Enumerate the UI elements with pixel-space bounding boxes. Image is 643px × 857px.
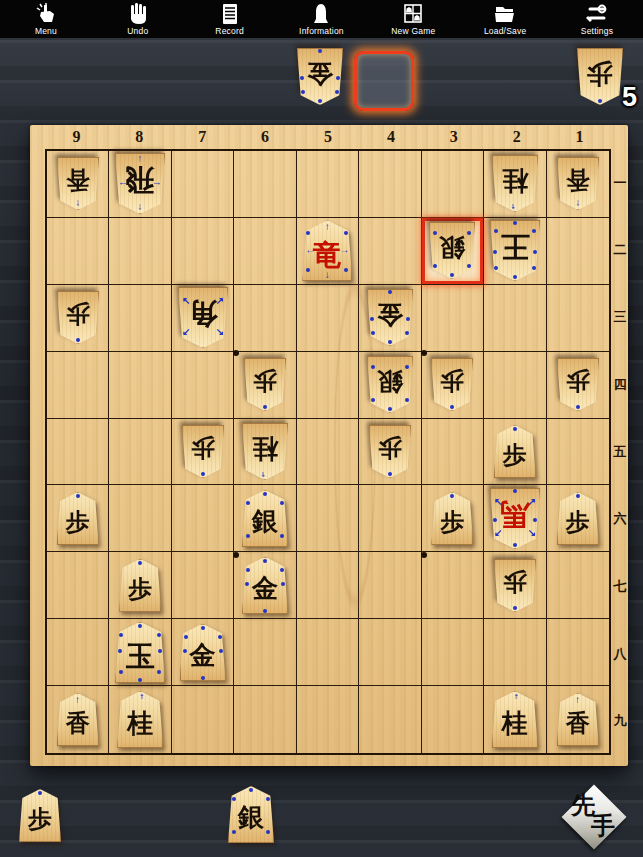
piece-kanji: 歩 xyxy=(244,359,286,402)
board-cell-4-4[interactable]: 銀 xyxy=(359,352,421,419)
piece-kanji: 歩 xyxy=(57,292,99,335)
toolbar-button-new-game[interactable]: New Game xyxy=(370,0,456,38)
board-cell-8-9[interactable]: 桂↑↑ xyxy=(109,686,171,753)
board-cell-7-4[interactable] xyxy=(172,352,234,419)
piece-kanji: 香 xyxy=(557,702,599,745)
sente-turn-badge: 先 手 xyxy=(563,786,625,848)
shogi-piece-sente-pawn[interactable]: 歩 xyxy=(119,559,161,612)
board-cell-5-9[interactable] xyxy=(297,686,359,753)
shogi-piece-sente-king[interactable]: 玉 xyxy=(115,622,165,683)
shogi-piece-sente-gold[interactable]: 金 xyxy=(242,557,288,614)
board-cell-7-2[interactable] xyxy=(172,218,234,285)
shogi-piece-gote-pawn[interactable]: 歩 xyxy=(244,358,286,411)
shogi-piece-gote-lance[interactable]: 香↑ xyxy=(557,157,599,210)
gote-hand-piece-gold[interactable]: 金 xyxy=(297,48,343,105)
shogi-piece-gote-knight[interactable]: 桂↑↑ xyxy=(492,155,538,212)
board-cell-3-5[interactable] xyxy=(422,419,484,486)
gote-hand-piece-pawn[interactable]: 歩5 xyxy=(577,48,623,105)
board-cell-7-7[interactable] xyxy=(172,552,234,619)
board-cell-8-7[interactable]: 歩 xyxy=(109,552,171,619)
board-cell-3-3[interactable] xyxy=(422,285,484,352)
file-label-4: 4 xyxy=(359,127,422,147)
board-cell-2-2[interactable]: 王 xyxy=(484,218,546,285)
board-cell-3-8[interactable] xyxy=(422,619,484,686)
file-label-1: 1 xyxy=(548,127,611,147)
palm-hand-icon xyxy=(126,2,150,26)
shogi-piece-gote-silver[interactable]: 銀 xyxy=(429,222,475,279)
shogi-piece-gote-lance[interactable]: 香↑ xyxy=(57,157,99,210)
board-cell-9-5[interactable] xyxy=(47,419,109,486)
toolbar-button-label: New Game xyxy=(391,26,435,36)
board-cell-1-1[interactable]: 香↑ xyxy=(547,151,609,218)
board-cell-1-3[interactable] xyxy=(547,285,609,352)
piece-kanji: 歩 xyxy=(369,426,411,469)
board-cell-8-4[interactable] xyxy=(109,352,171,419)
board-cell-2-9[interactable]: 桂↑↑ xyxy=(484,686,546,753)
rank-label-2: 二 xyxy=(612,216,628,283)
piece-kanji: 桂 xyxy=(492,700,538,747)
piece-kanji: 歩 xyxy=(577,49,623,96)
board-cell-8-5[interactable] xyxy=(109,419,171,486)
board-cell-8-2[interactable] xyxy=(109,218,171,285)
board-cell-6-9[interactable] xyxy=(234,686,296,753)
rank-label-6: 六 xyxy=(612,486,628,553)
shogi-piece-sente-knight[interactable]: 桂↑↑ xyxy=(492,691,538,748)
shogi-piece-gote-pawn[interactable]: 歩 xyxy=(557,358,599,411)
badge-text: 手 xyxy=(591,814,615,838)
board-cell-5-6[interactable] xyxy=(297,485,359,552)
piece-kanji: 金 xyxy=(367,290,413,337)
board-cell-9-3[interactable]: 歩 xyxy=(47,285,109,352)
rank-label-1: 一 xyxy=(612,149,628,216)
rank-label-5: 五 xyxy=(612,418,628,485)
piece-kanji: 銀 xyxy=(228,795,274,842)
board-cell-4-6[interactable] xyxy=(359,485,421,552)
piece-kanji: 歩 xyxy=(119,567,161,610)
shogi-piece-sente-lance[interactable]: 香↑ xyxy=(57,693,99,746)
file-label-9: 9 xyxy=(45,127,108,147)
shogi-piece-gote-pawn[interactable]: 歩 xyxy=(369,425,411,478)
shogi-piece-sente-pawn[interactable]: 歩 xyxy=(431,492,473,545)
board-cell-7-6[interactable] xyxy=(172,485,234,552)
toolbar: MenuUndoRecordInformationNew GameLoad/Sa… xyxy=(0,0,643,38)
shogi-piece-sente-knight[interactable]: 桂↑↑ xyxy=(117,691,163,748)
board-cell-9-9[interactable]: 香↑ xyxy=(47,686,109,753)
file-label-3: 3 xyxy=(422,127,485,147)
piece-kanji: 馬 xyxy=(490,489,540,539)
board-cell-7-8[interactable]: 金 xyxy=(172,619,234,686)
board-cell-1-5[interactable] xyxy=(547,419,609,486)
piece-kanji: 歩 xyxy=(182,426,224,469)
board-cell-1-2[interactable] xyxy=(547,218,609,285)
piece-kanji: 歩 xyxy=(557,500,599,543)
shogi-piece-gote-pawn[interactable]: 歩 xyxy=(577,48,623,105)
board-cell-4-5[interactable]: 歩 xyxy=(359,419,421,486)
shogi-piece-gote-silver[interactable]: 銀 xyxy=(367,356,413,413)
board-cell-4-9[interactable] xyxy=(359,686,421,753)
board-cell-9-4[interactable] xyxy=(47,352,109,419)
rank-label-7: 七 xyxy=(612,553,628,620)
shogi-piece-sente-pawn[interactable]: 歩 xyxy=(494,425,536,478)
piece-kanji: 王 xyxy=(490,222,540,272)
star-point xyxy=(233,552,239,558)
toolbar-button-label: Load/Save xyxy=(484,26,526,36)
board-cell-8-1[interactable]: 飛↑→↓← xyxy=(109,151,171,218)
toolbar-button-undo[interactable]: Undo xyxy=(95,0,181,38)
board-cell-3-7[interactable] xyxy=(422,552,484,619)
board-cell-9-7[interactable] xyxy=(47,552,109,619)
shogi-piece-gote-pawn[interactable]: 歩 xyxy=(57,291,99,344)
piece-kanji: 竜 xyxy=(302,230,352,280)
toolbar-button-label: Settings xyxy=(581,26,613,36)
piece-kanji: 飛 xyxy=(115,155,165,205)
shogi-piece-sente-gold[interactable]: 金 xyxy=(180,624,226,681)
piece-kanji: 金 xyxy=(180,633,226,680)
board-cell-2-4[interactable] xyxy=(484,352,546,419)
toolbar-button-information[interactable]: Information xyxy=(278,0,364,38)
board-cell-2-7[interactable]: 歩 xyxy=(484,552,546,619)
board-pieces-icon xyxy=(401,2,425,26)
board-cell-1-6[interactable]: 歩 xyxy=(547,485,609,552)
board-cell-6-3[interactable] xyxy=(234,285,296,352)
file-label-2: 2 xyxy=(485,127,548,147)
rank-label-8: 八 xyxy=(612,620,628,687)
board-cell-5-8[interactable] xyxy=(297,619,359,686)
shogi-piece-sente-silver[interactable]: 銀 xyxy=(228,786,274,843)
piece-kanji: 銀 xyxy=(429,223,475,270)
rank-label-9: 九 xyxy=(612,688,628,755)
piece-kanji: 角 xyxy=(178,288,228,338)
file-label-8: 8 xyxy=(108,127,171,147)
shogi-piece-sente-pawn[interactable]: 歩 xyxy=(57,492,99,545)
toolbar-button-label: Information xyxy=(299,26,344,36)
toolbar-button-label: Menu xyxy=(35,26,57,36)
board-cell-6-6[interactable]: 銀 xyxy=(234,485,296,552)
shogi-board: 香↑飛↑→↓←桂↑↑香↑竜↑→↓←銀王歩角↗↖↘↙金歩銀歩歩歩桂↑↑歩歩歩銀歩馬… xyxy=(30,125,628,766)
board-cell-5-5[interactable] xyxy=(297,419,359,486)
board-cell-5-7[interactable] xyxy=(297,552,359,619)
hand-piece-count: 5 xyxy=(622,82,637,113)
toolbar-button-settings[interactable]: Settings xyxy=(554,0,640,38)
board-cell-9-1[interactable]: 香↑ xyxy=(47,151,109,218)
board-cell-2-3[interactable] xyxy=(484,285,546,352)
board-cell-6-4[interactable]: 歩 xyxy=(234,352,296,419)
piece-kanji: 銀 xyxy=(242,499,288,546)
board-cell-2-5[interactable]: 歩 xyxy=(484,419,546,486)
board-cell-3-6[interactable]: 歩 xyxy=(422,485,484,552)
file-label-5: 5 xyxy=(297,127,360,147)
board-cell-2-8[interactable] xyxy=(484,619,546,686)
shogi-piece-gote-gold[interactable]: 金 xyxy=(367,289,413,346)
toolbar-button-menu[interactable]: Menu xyxy=(3,0,89,38)
board-cell-9-2[interactable] xyxy=(47,218,109,285)
shogi-piece-gote-pawn[interactable]: 歩 xyxy=(494,559,536,612)
shogi-piece-gote-king[interactable]: 王 xyxy=(490,220,540,281)
piece-kanji: 香 xyxy=(557,158,599,201)
board-cell-6-7[interactable]: 金 xyxy=(234,552,296,619)
board-cell-4-1[interactable] xyxy=(359,151,421,218)
piece-kanji: 歩 xyxy=(494,560,536,603)
piece-kanji: 香 xyxy=(57,158,99,201)
sente-hand-piece-silver[interactable]: 銀 xyxy=(228,786,274,843)
board-cell-7-9[interactable] xyxy=(172,686,234,753)
piece-kanji: 歩 xyxy=(57,500,99,543)
board-cell-3-9[interactable] xyxy=(422,686,484,753)
board-cell-5-3[interactable] xyxy=(297,285,359,352)
board-cell-6-2[interactable] xyxy=(234,218,296,285)
board-cell-7-3[interactable]: 角↗↖↘↙ xyxy=(172,285,234,352)
folder-icon xyxy=(493,2,517,26)
board-cell-8-8[interactable]: 玉 xyxy=(109,619,171,686)
rank-label-4: 四 xyxy=(612,351,628,418)
piece-kanji: 香 xyxy=(57,702,99,745)
piece-kanji: 金 xyxy=(297,49,343,96)
toolbar-button-record[interactable]: Record xyxy=(187,0,273,38)
bell-icon xyxy=(309,2,333,26)
board-cell-6-5[interactable]: 桂↑↑ xyxy=(234,419,296,486)
piece-kanji: 桂 xyxy=(492,157,538,204)
board-cell-7-5[interactable]: 歩 xyxy=(172,419,234,486)
shogi-piece-gote-bishop[interactable]: 角↗↖↘↙ xyxy=(178,287,228,348)
board-cell-3-4[interactable]: 歩 xyxy=(422,352,484,419)
board-cell-8-6[interactable] xyxy=(109,485,171,552)
toolbar-button-load-save[interactable]: Load/Save xyxy=(462,0,548,38)
shogi-piece-sente-silver[interactable]: 銀 xyxy=(242,490,288,547)
board-cell-5-1[interactable] xyxy=(297,151,359,218)
shogi-piece-sente-lance[interactable]: 香↑ xyxy=(557,693,599,746)
board-cell-5-4[interactable] xyxy=(297,352,359,419)
toolbar-button-label: Undo xyxy=(127,26,148,36)
board-cell-9-6[interactable]: 歩 xyxy=(47,485,109,552)
board-cell-1-4[interactable]: 歩 xyxy=(547,352,609,419)
board-cell-7-1[interactable] xyxy=(172,151,234,218)
board-cell-6-1[interactable] xyxy=(234,151,296,218)
piece-kanji: 玉 xyxy=(115,631,165,681)
board-cell-1-9[interactable]: 香↑ xyxy=(547,686,609,753)
shogi-piece-gote-rook[interactable]: 飛↑→↓← xyxy=(115,153,165,214)
board-cell-8-3[interactable] xyxy=(109,285,171,352)
piece-kanji: 金 xyxy=(242,566,288,613)
file-label-6: 6 xyxy=(234,127,297,147)
piece-kanji: 歩 xyxy=(19,797,61,840)
hand-empty-slot-highlight[interactable] xyxy=(354,51,414,111)
tools-icon xyxy=(585,2,609,26)
piece-kanji: 桂 xyxy=(117,700,163,747)
board-cell-3-1[interactable] xyxy=(422,151,484,218)
shogi-piece-gote-pawn[interactable]: 歩 xyxy=(182,425,224,478)
board-cell-9-8[interactable] xyxy=(47,619,109,686)
board-cell-6-8[interactable] xyxy=(234,619,296,686)
rank-label-3: 三 xyxy=(612,284,628,351)
piece-kanji: 歩 xyxy=(557,359,599,402)
board-cell-2-1[interactable]: 桂↑↑ xyxy=(484,151,546,218)
shogi-piece-gote-pawn[interactable]: 歩 xyxy=(431,358,473,411)
file-label-7: 7 xyxy=(171,127,234,147)
board-cell-4-3[interactable]: 金 xyxy=(359,285,421,352)
document-lines-icon xyxy=(218,2,242,26)
board-cell-1-7[interactable] xyxy=(547,552,609,619)
pointing-hand-icon xyxy=(34,2,58,26)
board-cell-2-6[interactable]: 馬↗↖↘↙ xyxy=(484,485,546,552)
shogi-piece-gote-gold[interactable]: 金 xyxy=(297,48,343,105)
board-cell-4-7[interactable] xyxy=(359,552,421,619)
piece-kanji: 歩 xyxy=(431,500,473,543)
shogi-piece-sente-dragon[interactable]: 竜↑→↓← xyxy=(302,220,352,281)
shogi-piece-sente-pawn[interactable]: 歩 xyxy=(19,789,61,842)
star-point xyxy=(233,350,239,356)
board-cell-5-2[interactable]: 竜↑→↓← xyxy=(297,218,359,285)
board-cell-4-2[interactable] xyxy=(359,218,421,285)
shogi-piece-sente-pawn[interactable]: 歩 xyxy=(557,492,599,545)
shogi-piece-gote-knight[interactable]: 桂↑↑ xyxy=(242,423,288,480)
board-cell-4-8[interactable] xyxy=(359,619,421,686)
piece-kanji: 銀 xyxy=(367,357,413,404)
shogi-piece-gote-horse[interactable]: 馬↗↖↘↙ xyxy=(490,488,540,549)
piece-kanji: 桂 xyxy=(242,424,288,471)
board-cell-3-2[interactable]: 銀 xyxy=(422,218,484,285)
piece-kanji: 歩 xyxy=(494,433,536,476)
board-cell-1-8[interactable] xyxy=(547,619,609,686)
sente-hand-piece-pawn[interactable]: 歩 xyxy=(19,789,61,842)
toolbar-button-label: Record xyxy=(215,26,244,36)
board-grid: 香↑飛↑→↓←桂↑↑香↑竜↑→↓←銀王歩角↗↖↘↙金歩銀歩歩歩桂↑↑歩歩歩銀歩馬… xyxy=(45,149,611,755)
piece-kanji: 歩 xyxy=(431,359,473,402)
